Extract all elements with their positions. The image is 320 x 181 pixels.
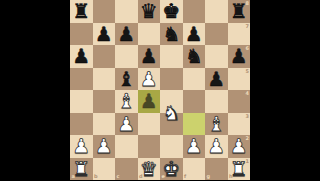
square-f5[interactable]	[183, 68, 206, 91]
square-f1[interactable]: f	[183, 158, 206, 181]
square-a6[interactable]: ♟	[70, 45, 93, 68]
coord-rank-7: 7	[246, 24, 249, 29]
square-c8[interactable]	[115, 0, 138, 23]
coord-rank-5: 5	[246, 69, 249, 74]
square-g4[interactable]	[205, 90, 228, 113]
coord-file-h: h	[229, 174, 233, 179]
coord-file-b: b	[94, 174, 98, 179]
white-bishop[interactable]: ♝	[205, 113, 228, 136]
square-e5[interactable]	[160, 68, 183, 91]
square-c7[interactable]: ♟	[115, 23, 138, 46]
square-e8[interactable]: ♚	[160, 0, 183, 23]
black-pawn[interactable]: ♟	[115, 23, 138, 46]
white-pawn[interactable]: ♟	[138, 68, 161, 91]
square-e7[interactable]: ♞	[160, 23, 183, 46]
square-g2[interactable]: ♟	[205, 135, 228, 158]
square-g1[interactable]: g	[205, 158, 228, 181]
square-f6[interactable]: ♞	[183, 45, 206, 68]
square-e1[interactable]: e♚	[160, 158, 183, 181]
white-bishop[interactable]: ♝	[115, 90, 138, 113]
square-f3[interactable]	[183, 113, 206, 136]
square-h8[interactable]: 8♜	[228, 0, 251, 23]
coord-rank-6: 6	[246, 46, 249, 51]
black-pawn[interactable]: ♟	[138, 45, 161, 68]
square-g3[interactable]: ♝	[205, 113, 228, 136]
square-b3[interactable]	[93, 113, 116, 136]
square-g8[interactable]	[205, 0, 228, 23]
square-a3[interactable]	[70, 113, 93, 136]
square-d2[interactable]	[138, 135, 161, 158]
white-knight-moving[interactable]: ♞	[160, 101, 183, 124]
square-h5[interactable]: 5	[228, 68, 251, 91]
square-c2[interactable]	[115, 135, 138, 158]
square-c5[interactable]: ♝	[115, 68, 138, 91]
square-a2[interactable]: ♟	[70, 135, 93, 158]
square-h3[interactable]: 3	[228, 113, 251, 136]
square-e2[interactable]	[160, 135, 183, 158]
square-c3[interactable]: ♟	[115, 113, 138, 136]
square-a4[interactable]	[70, 90, 93, 113]
square-g6[interactable]	[205, 45, 228, 68]
black-queen[interactable]: ♛	[138, 0, 161, 23]
square-f7[interactable]: ♟	[183, 23, 206, 46]
square-d3[interactable]	[138, 113, 161, 136]
black-pawn-captured[interactable]: ♟	[138, 90, 161, 113]
coord-file-e: e	[162, 174, 165, 179]
square-h4[interactable]: 4	[228, 90, 251, 113]
square-g5[interactable]: ♟	[205, 68, 228, 91]
square-d1[interactable]: d♛	[138, 158, 161, 181]
square-a5[interactable]	[70, 68, 93, 91]
square-d8[interactable]: ♛	[138, 0, 161, 23]
square-b6[interactable]	[93, 45, 116, 68]
black-rook[interactable]: ♜	[70, 0, 93, 23]
white-pawn[interactable]: ♟	[115, 113, 138, 136]
black-pawn[interactable]: ♟	[183, 23, 206, 46]
coord-rank-3: 3	[246, 114, 249, 119]
square-h2[interactable]: 2♟	[228, 135, 251, 158]
coord-rank-4: 4	[246, 91, 249, 96]
lastmove-highlight-f3	[183, 113, 206, 136]
square-b7[interactable]: ♟	[93, 23, 116, 46]
white-pawn[interactable]: ♟	[205, 135, 228, 158]
square-d4[interactable]: ♟	[138, 90, 161, 113]
black-bishop[interactable]: ♝	[115, 68, 138, 91]
square-b8[interactable]	[93, 0, 116, 23]
coord-rank-8: 8	[246, 1, 249, 6]
square-d5[interactable]: ♟	[138, 68, 161, 91]
coord-file-g: g	[207, 174, 211, 179]
square-b1[interactable]: b	[93, 158, 116, 181]
black-knight[interactable]: ♞	[160, 23, 183, 46]
chess-board[interactable]: ♜♛♚8♜♟♟♞♟7♟♟♞6♟♝♟♟5♝♟4♟♝3♟♟♟♟2♟a♜bcd♛e♚f…	[70, 0, 250, 180]
square-f8[interactable]	[183, 0, 206, 23]
square-h1[interactable]: 1h♜	[228, 158, 251, 181]
square-h7[interactable]: 7	[228, 23, 251, 46]
square-b2[interactable]: ♟	[93, 135, 116, 158]
black-pawn[interactable]: ♟	[70, 45, 93, 68]
square-a8[interactable]: ♜	[70, 0, 93, 23]
square-c6[interactable]	[115, 45, 138, 68]
square-b5[interactable]	[93, 68, 116, 91]
square-e6[interactable]	[160, 45, 183, 68]
square-c4[interactable]: ♝	[115, 90, 138, 113]
square-a1[interactable]: a♜	[70, 158, 93, 181]
white-pawn[interactable]: ♟	[183, 135, 206, 158]
black-king[interactable]: ♚	[160, 0, 183, 23]
letterbox-left	[0, 0, 70, 180]
coord-file-c: c	[117, 174, 120, 179]
square-c1[interactable]: c	[115, 158, 138, 181]
coord-file-f: f	[184, 174, 186, 179]
coord-file-a: a	[72, 174, 75, 179]
square-d7[interactable]	[138, 23, 161, 46]
white-pawn[interactable]: ♟	[93, 135, 116, 158]
coord-rank-2: 2	[246, 136, 249, 141]
black-pawn[interactable]: ♟	[93, 23, 116, 46]
square-f4[interactable]	[183, 90, 206, 113]
coord-rank-1: 1	[246, 159, 249, 164]
black-knight[interactable]: ♞	[183, 45, 206, 68]
square-a7[interactable]	[70, 23, 93, 46]
square-f2[interactable]: ♟	[183, 135, 206, 158]
black-pawn[interactable]: ♟	[205, 68, 228, 91]
square-h6[interactable]: 6♟	[228, 45, 251, 68]
square-d6[interactable]: ♟	[138, 45, 161, 68]
page: ♜♛♚8♜♟♟♞♟7♟♟♞6♟♝♟♟5♝♟4♟♝3♟♟♟♟2♟a♜bcd♛e♚f…	[0, 0, 320, 180]
white-pawn[interactable]: ♟	[70, 135, 93, 158]
square-g7[interactable]	[205, 23, 228, 46]
letterbox-right	[250, 0, 320, 180]
square-b4[interactable]	[93, 90, 116, 113]
coord-file-d: d	[139, 174, 143, 179]
